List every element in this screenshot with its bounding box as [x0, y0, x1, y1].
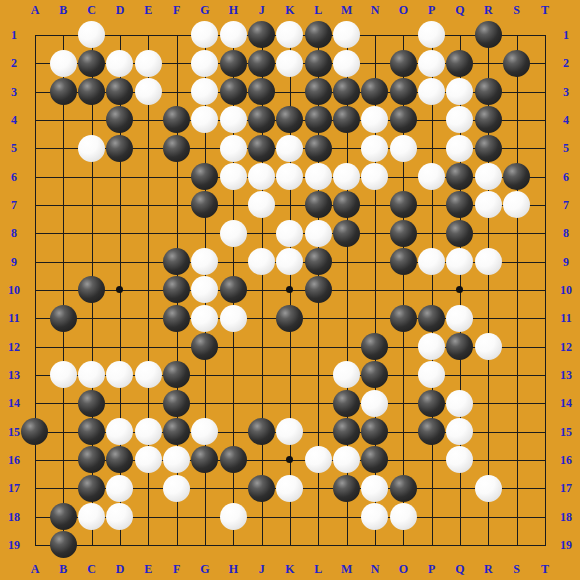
cell-M8[interactable] — [332, 219, 360, 247]
cell-B11[interactable] — [49, 304, 77, 332]
cell-Q9[interactable] — [446, 247, 474, 275]
cell-O2[interactable] — [389, 49, 417, 77]
cell-F1[interactable] — [162, 21, 190, 49]
cell-B1[interactable] — [49, 21, 77, 49]
cell-Q18[interactable] — [446, 502, 474, 530]
cell-P10[interactable] — [417, 276, 445, 304]
cell-N16[interactable] — [361, 446, 389, 474]
cell-J3[interactable] — [247, 77, 275, 105]
cell-G14[interactable] — [191, 389, 219, 417]
cell-J7[interactable] — [247, 191, 275, 219]
cell-R4[interactable] — [474, 106, 502, 134]
cell-K11[interactable] — [276, 304, 304, 332]
cell-P1[interactable] — [417, 21, 445, 49]
cell-B10[interactable] — [49, 276, 77, 304]
cell-A3[interactable] — [21, 77, 49, 105]
cell-Q1[interactable] — [446, 21, 474, 49]
cell-H17[interactable] — [219, 474, 247, 502]
cell-M15[interactable] — [332, 417, 360, 445]
cell-P3[interactable] — [417, 77, 445, 105]
cell-F17[interactable] — [162, 474, 190, 502]
cell-G7[interactable] — [191, 191, 219, 219]
cell-B13[interactable] — [49, 361, 77, 389]
cell-C3[interactable] — [77, 77, 105, 105]
cell-D19[interactable] — [106, 531, 134, 559]
cell-S7[interactable] — [502, 191, 530, 219]
cell-G16[interactable] — [191, 446, 219, 474]
cell-F6[interactable] — [162, 162, 190, 190]
cell-C12[interactable] — [77, 332, 105, 360]
cell-B5[interactable] — [49, 134, 77, 162]
cell-E13[interactable] — [134, 361, 162, 389]
cell-C19[interactable] — [77, 531, 105, 559]
cell-O7[interactable] — [389, 191, 417, 219]
cell-R6[interactable] — [474, 162, 502, 190]
cell-L9[interactable] — [304, 247, 332, 275]
cell-L5[interactable] — [304, 134, 332, 162]
cell-C5[interactable] — [77, 134, 105, 162]
cell-O16[interactable] — [389, 446, 417, 474]
cell-E8[interactable] — [134, 219, 162, 247]
cell-C18[interactable] — [77, 502, 105, 530]
cell-Q5[interactable] — [446, 134, 474, 162]
cell-M5[interactable] — [332, 134, 360, 162]
cell-Q10[interactable] — [446, 276, 474, 304]
cell-B19[interactable] — [49, 531, 77, 559]
cell-B9[interactable] — [49, 247, 77, 275]
cell-Q16[interactable] — [446, 446, 474, 474]
cell-B7[interactable] — [49, 191, 77, 219]
cell-R9[interactable] — [474, 247, 502, 275]
cell-N5[interactable] — [361, 134, 389, 162]
cell-B6[interactable] — [49, 162, 77, 190]
cell-F5[interactable] — [162, 134, 190, 162]
cell-E3[interactable] — [134, 77, 162, 105]
cell-M12[interactable] — [332, 332, 360, 360]
cell-C1[interactable] — [77, 21, 105, 49]
cell-M11[interactable] — [332, 304, 360, 332]
cell-D5[interactable] — [106, 134, 134, 162]
cell-O15[interactable] — [389, 417, 417, 445]
cell-D18[interactable] — [106, 502, 134, 530]
cell-K2[interactable] — [276, 49, 304, 77]
cell-N3[interactable] — [361, 77, 389, 105]
cell-D12[interactable] — [106, 332, 134, 360]
cell-L15[interactable] — [304, 417, 332, 445]
cell-H3[interactable] — [219, 77, 247, 105]
cell-M9[interactable] — [332, 247, 360, 275]
cell-K17[interactable] — [276, 474, 304, 502]
cell-R12[interactable] — [474, 332, 502, 360]
cell-L10[interactable] — [304, 276, 332, 304]
cell-A18[interactable] — [21, 502, 49, 530]
cell-F14[interactable] — [162, 389, 190, 417]
cell-M19[interactable] — [332, 531, 360, 559]
cell-J1[interactable] — [247, 21, 275, 49]
cell-N19[interactable] — [361, 531, 389, 559]
cell-M16[interactable] — [332, 446, 360, 474]
cell-L17[interactable] — [304, 474, 332, 502]
cell-B3[interactable] — [49, 77, 77, 105]
cell-K12[interactable] — [276, 332, 304, 360]
cell-L12[interactable] — [304, 332, 332, 360]
cell-Q4[interactable] — [446, 106, 474, 134]
cell-P2[interactable] — [417, 49, 445, 77]
cell-G2[interactable] — [191, 49, 219, 77]
cell-C10[interactable] — [77, 276, 105, 304]
cell-M14[interactable] — [332, 389, 360, 417]
cell-N1[interactable] — [361, 21, 389, 49]
cell-D14[interactable] — [106, 389, 134, 417]
cell-H6[interactable] — [219, 162, 247, 190]
cell-D15[interactable] — [106, 417, 134, 445]
cell-P5[interactable] — [417, 134, 445, 162]
cell-M1[interactable] — [332, 21, 360, 49]
cell-L13[interactable] — [304, 361, 332, 389]
cell-J11[interactable] — [247, 304, 275, 332]
cell-O18[interactable] — [389, 502, 417, 530]
cell-A5[interactable] — [21, 134, 49, 162]
cell-J15[interactable] — [247, 417, 275, 445]
cell-G4[interactable] — [191, 106, 219, 134]
cell-F18[interactable] — [162, 502, 190, 530]
cell-E12[interactable] — [134, 332, 162, 360]
cell-D3[interactable] — [106, 77, 134, 105]
cell-L16[interactable] — [304, 446, 332, 474]
cell-J8[interactable] — [247, 219, 275, 247]
cell-F9[interactable] — [162, 247, 190, 275]
cell-J13[interactable] — [247, 361, 275, 389]
cell-D7[interactable] — [106, 191, 134, 219]
cell-Q11[interactable] — [446, 304, 474, 332]
cell-S9[interactable] — [502, 247, 530, 275]
cell-G12[interactable] — [191, 332, 219, 360]
cell-S10[interactable] — [502, 276, 530, 304]
cell-R5[interactable] — [474, 134, 502, 162]
cell-L19[interactable] — [304, 531, 332, 559]
cell-L3[interactable] — [304, 77, 332, 105]
cell-C11[interactable] — [77, 304, 105, 332]
cell-D13[interactable] — [106, 361, 134, 389]
cell-L14[interactable] — [304, 389, 332, 417]
cell-J16[interactable] — [247, 446, 275, 474]
cell-S17[interactable] — [502, 474, 530, 502]
cell-Q13[interactable] — [446, 361, 474, 389]
cell-O3[interactable] — [389, 77, 417, 105]
cell-D6[interactable] — [106, 162, 134, 190]
cell-O8[interactable] — [389, 219, 417, 247]
cell-L6[interactable] — [304, 162, 332, 190]
cell-G19[interactable] — [191, 531, 219, 559]
cell-K15[interactable] — [276, 417, 304, 445]
cell-D11[interactable] — [106, 304, 134, 332]
cell-S13[interactable] — [502, 361, 530, 389]
cell-L1[interactable] — [304, 21, 332, 49]
cell-S3[interactable] — [502, 77, 530, 105]
cell-E10[interactable] — [134, 276, 162, 304]
cell-A8[interactable] — [21, 219, 49, 247]
cell-H2[interactable] — [219, 49, 247, 77]
cell-A17[interactable] — [21, 474, 49, 502]
cell-P4[interactable] — [417, 106, 445, 134]
cell-S2[interactable] — [502, 49, 530, 77]
cell-M3[interactable] — [332, 77, 360, 105]
cell-J4[interactable] — [247, 106, 275, 134]
cell-K9[interactable] — [276, 247, 304, 275]
cell-P9[interactable] — [417, 247, 445, 275]
cell-L7[interactable] — [304, 191, 332, 219]
cell-A9[interactable] — [21, 247, 49, 275]
cell-M7[interactable] — [332, 191, 360, 219]
cell-S14[interactable] — [502, 389, 530, 417]
cell-A1[interactable] — [21, 21, 49, 49]
cell-G13[interactable] — [191, 361, 219, 389]
cell-H1[interactable] — [219, 21, 247, 49]
cell-F4[interactable] — [162, 106, 190, 134]
cell-Q14[interactable] — [446, 389, 474, 417]
cell-B18[interactable] — [49, 502, 77, 530]
cell-A7[interactable] — [21, 191, 49, 219]
cell-G15[interactable] — [191, 417, 219, 445]
cell-K1[interactable] — [276, 21, 304, 49]
cell-O13[interactable] — [389, 361, 417, 389]
cell-N10[interactable] — [361, 276, 389, 304]
cell-R11[interactable] — [474, 304, 502, 332]
cell-O12[interactable] — [389, 332, 417, 360]
cell-P8[interactable] — [417, 219, 445, 247]
cell-E17[interactable] — [134, 474, 162, 502]
cell-H4[interactable] — [219, 106, 247, 134]
cell-Q15[interactable] — [446, 417, 474, 445]
cell-R19[interactable] — [474, 531, 502, 559]
cell-J6[interactable] — [247, 162, 275, 190]
cell-D4[interactable] — [106, 106, 134, 134]
cell-B12[interactable] — [49, 332, 77, 360]
cell-K4[interactable] — [276, 106, 304, 134]
cell-H12[interactable] — [219, 332, 247, 360]
cell-F3[interactable] — [162, 77, 190, 105]
cell-R14[interactable] — [474, 389, 502, 417]
cell-S16[interactable] — [502, 446, 530, 474]
cell-H11[interactable] — [219, 304, 247, 332]
cell-L8[interactable] — [304, 219, 332, 247]
cell-C13[interactable] — [77, 361, 105, 389]
cell-K7[interactable] — [276, 191, 304, 219]
cell-F8[interactable] — [162, 219, 190, 247]
cell-B4[interactable] — [49, 106, 77, 134]
cell-R3[interactable] — [474, 77, 502, 105]
cell-K14[interactable] — [276, 389, 304, 417]
cell-J17[interactable] — [247, 474, 275, 502]
cell-A10[interactable] — [21, 276, 49, 304]
cell-G18[interactable] — [191, 502, 219, 530]
cell-E7[interactable] — [134, 191, 162, 219]
cell-R15[interactable] — [474, 417, 502, 445]
cell-D1[interactable] — [106, 21, 134, 49]
cell-N4[interactable] — [361, 106, 389, 134]
cell-P18[interactable] — [417, 502, 445, 530]
cell-H19[interactable] — [219, 531, 247, 559]
cell-N11[interactable] — [361, 304, 389, 332]
cell-E16[interactable] — [134, 446, 162, 474]
cell-D9[interactable] — [106, 247, 134, 275]
cell-D17[interactable] — [106, 474, 134, 502]
cell-Q17[interactable] — [446, 474, 474, 502]
cell-N8[interactable] — [361, 219, 389, 247]
cell-A6[interactable] — [21, 162, 49, 190]
cell-N7[interactable] — [361, 191, 389, 219]
cell-E11[interactable] — [134, 304, 162, 332]
cell-A4[interactable] — [21, 106, 49, 134]
cell-M4[interactable] — [332, 106, 360, 134]
cell-S15[interactable] — [502, 417, 530, 445]
cell-J2[interactable] — [247, 49, 275, 77]
cell-K19[interactable] — [276, 531, 304, 559]
cell-K10[interactable] — [276, 276, 304, 304]
cell-N12[interactable] — [361, 332, 389, 360]
cell-O1[interactable] — [389, 21, 417, 49]
cell-B15[interactable] — [49, 417, 77, 445]
cell-P15[interactable] — [417, 417, 445, 445]
cell-M6[interactable] — [332, 162, 360, 190]
cell-J5[interactable] — [247, 134, 275, 162]
cell-P19[interactable] — [417, 531, 445, 559]
cell-C8[interactable] — [77, 219, 105, 247]
cell-S4[interactable] — [502, 106, 530, 134]
cell-C4[interactable] — [77, 106, 105, 134]
cell-H9[interactable] — [219, 247, 247, 275]
cell-H7[interactable] — [219, 191, 247, 219]
cell-S5[interactable] — [502, 134, 530, 162]
cell-F2[interactable] — [162, 49, 190, 77]
cell-O9[interactable] — [389, 247, 417, 275]
cell-H18[interactable] — [219, 502, 247, 530]
cell-F19[interactable] — [162, 531, 190, 559]
cell-S19[interactable] — [502, 531, 530, 559]
cell-L18[interactable] — [304, 502, 332, 530]
cell-H15[interactable] — [219, 417, 247, 445]
cell-J18[interactable] — [247, 502, 275, 530]
cell-G1[interactable] — [191, 21, 219, 49]
cell-R2[interactable] — [474, 49, 502, 77]
cell-J10[interactable] — [247, 276, 275, 304]
cell-O11[interactable] — [389, 304, 417, 332]
cell-B14[interactable] — [49, 389, 77, 417]
cell-N2[interactable] — [361, 49, 389, 77]
cell-H8[interactable] — [219, 219, 247, 247]
cell-H10[interactable] — [219, 276, 247, 304]
cell-E1[interactable] — [134, 21, 162, 49]
cell-A12[interactable] — [21, 332, 49, 360]
cell-C14[interactable] — [77, 389, 105, 417]
cell-H5[interactable] — [219, 134, 247, 162]
cell-L4[interactable] — [304, 106, 332, 134]
cell-S6[interactable] — [502, 162, 530, 190]
cell-G6[interactable] — [191, 162, 219, 190]
cell-Q3[interactable] — [446, 77, 474, 105]
cell-M17[interactable] — [332, 474, 360, 502]
cell-E19[interactable] — [134, 531, 162, 559]
cell-E14[interactable] — [134, 389, 162, 417]
cell-S8[interactable] — [502, 219, 530, 247]
cell-M2[interactable] — [332, 49, 360, 77]
cell-M10[interactable] — [332, 276, 360, 304]
cell-R8[interactable] — [474, 219, 502, 247]
cell-L11[interactable] — [304, 304, 332, 332]
cell-J19[interactable] — [247, 531, 275, 559]
cell-G3[interactable] — [191, 77, 219, 105]
cell-N17[interactable] — [361, 474, 389, 502]
cell-R16[interactable] — [474, 446, 502, 474]
cell-B8[interactable] — [49, 219, 77, 247]
cell-N13[interactable] — [361, 361, 389, 389]
cell-G8[interactable] — [191, 219, 219, 247]
cell-O4[interactable] — [389, 106, 417, 134]
cell-B2[interactable] — [49, 49, 77, 77]
cell-E6[interactable] — [134, 162, 162, 190]
cell-M13[interactable] — [332, 361, 360, 389]
cell-R10[interactable] — [474, 276, 502, 304]
cell-K3[interactable] — [276, 77, 304, 105]
cell-A13[interactable] — [21, 361, 49, 389]
cell-P17[interactable] — [417, 474, 445, 502]
cell-J9[interactable] — [247, 247, 275, 275]
cell-N18[interactable] — [361, 502, 389, 530]
cell-D10[interactable] — [106, 276, 134, 304]
cell-P6[interactable] — [417, 162, 445, 190]
cell-A11[interactable] — [21, 304, 49, 332]
cell-Q2[interactable] — [446, 49, 474, 77]
cell-E9[interactable] — [134, 247, 162, 275]
cell-H16[interactable] — [219, 446, 247, 474]
cell-C7[interactable] — [77, 191, 105, 219]
cell-G17[interactable] — [191, 474, 219, 502]
cell-F12[interactable] — [162, 332, 190, 360]
cell-O10[interactable] — [389, 276, 417, 304]
cell-N6[interactable] — [361, 162, 389, 190]
cell-O5[interactable] — [389, 134, 417, 162]
cell-E5[interactable] — [134, 134, 162, 162]
cell-F7[interactable] — [162, 191, 190, 219]
cell-G11[interactable] — [191, 304, 219, 332]
cell-S11[interactable] — [502, 304, 530, 332]
cell-S1[interactable] — [502, 21, 530, 49]
cell-R1[interactable] — [474, 21, 502, 49]
cell-D8[interactable] — [106, 219, 134, 247]
cell-A14[interactable] — [21, 389, 49, 417]
cell-A19[interactable] — [21, 531, 49, 559]
cell-N9[interactable] — [361, 247, 389, 275]
cell-C15[interactable] — [77, 417, 105, 445]
cell-F15[interactable] — [162, 417, 190, 445]
cell-R13[interactable] — [474, 361, 502, 389]
cell-B17[interactable] — [49, 474, 77, 502]
cell-N15[interactable] — [361, 417, 389, 445]
cell-E2[interactable] — [134, 49, 162, 77]
cell-F16[interactable] — [162, 446, 190, 474]
cell-E18[interactable] — [134, 502, 162, 530]
cell-C6[interactable] — [77, 162, 105, 190]
cell-Q8[interactable] — [446, 219, 474, 247]
cell-H14[interactable] — [219, 389, 247, 417]
cell-M18[interactable] — [332, 502, 360, 530]
cell-O19[interactable] — [389, 531, 417, 559]
cell-P7[interactable] — [417, 191, 445, 219]
cell-P12[interactable] — [417, 332, 445, 360]
cell-P16[interactable] — [417, 446, 445, 474]
cell-S12[interactable] — [502, 332, 530, 360]
cell-S18[interactable] — [502, 502, 530, 530]
